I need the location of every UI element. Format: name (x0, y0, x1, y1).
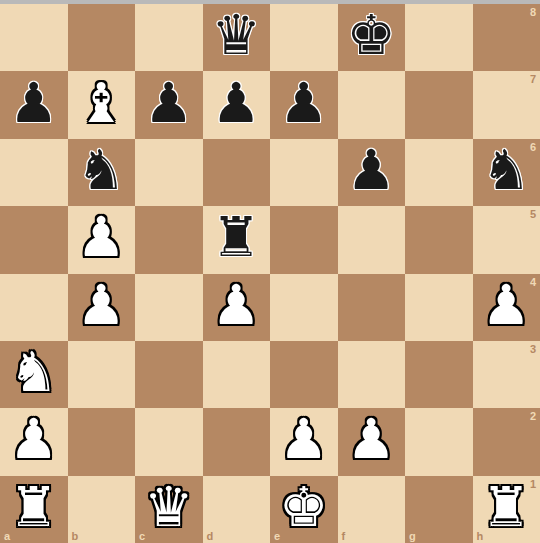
square-a7[interactable]: ♟ (0, 71, 68, 138)
square-h8[interactable]: 8 (473, 4, 540, 71)
square-c8[interactable] (135, 4, 203, 71)
file-label-d: d (207, 531, 214, 542)
black-pawn-icon[interactable]: ♟ (347, 143, 396, 198)
rank-label-1: 1 (530, 479, 536, 490)
square-d2[interactable] (203, 408, 271, 475)
white-pawn-icon[interactable]: ♟ (482, 278, 531, 333)
square-a2[interactable]: ♟ (0, 408, 68, 475)
square-c5[interactable] (135, 206, 203, 273)
square-f4[interactable] (338, 274, 406, 341)
square-d1[interactable]: d (203, 476, 271, 543)
black-pawn-icon[interactable]: ♟ (212, 76, 261, 131)
rank-label-8: 8 (530, 7, 536, 18)
white-pawn-icon[interactable]: ♟ (77, 210, 126, 265)
white-pawn-icon[interactable]: ♟ (77, 278, 126, 333)
square-d3[interactable] (203, 341, 271, 408)
square-e2[interactable]: ♟ (270, 408, 338, 475)
square-b5[interactable]: ♟ (68, 206, 136, 273)
square-d6[interactable] (203, 139, 271, 206)
square-g4[interactable] (405, 274, 473, 341)
rank-label-7: 7 (530, 74, 536, 85)
file-label-g: g (409, 531, 416, 542)
square-g8[interactable] (405, 4, 473, 71)
square-h2[interactable]: 2 (473, 408, 540, 475)
square-c1[interactable]: ♛c (135, 476, 203, 543)
square-c6[interactable] (135, 139, 203, 206)
file-label-e: e (274, 531, 280, 542)
black-pawn-icon[interactable]: ♟ (9, 76, 58, 131)
black-queen-icon[interactable]: ♛ (212, 8, 261, 63)
square-g3[interactable] (405, 341, 473, 408)
rank-label-6: 6 (530, 142, 536, 153)
square-f3[interactable] (338, 341, 406, 408)
white-rook-icon[interactable]: ♜ (9, 480, 58, 535)
black-knight-icon[interactable]: ♞ (77, 143, 126, 198)
white-rook-icon[interactable]: ♜ (482, 480, 531, 535)
square-d4[interactable]: ♟ (203, 274, 271, 341)
square-f8[interactable]: ♚ (338, 4, 406, 71)
square-f1[interactable]: f (338, 476, 406, 543)
square-e1[interactable]: ♚e (270, 476, 338, 543)
square-e6[interactable] (270, 139, 338, 206)
white-queen-icon[interactable]: ♛ (144, 480, 193, 535)
square-h7[interactable]: 7 (473, 71, 540, 138)
square-b1[interactable]: b (68, 476, 136, 543)
white-pawn-icon[interactable]: ♟ (212, 278, 261, 333)
black-knight-icon[interactable]: ♞ (482, 143, 531, 198)
square-a8[interactable] (0, 4, 68, 71)
square-a3[interactable]: ♞ (0, 341, 68, 408)
square-e8[interactable] (270, 4, 338, 71)
black-rook-icon[interactable]: ♜ (212, 210, 261, 265)
square-d7[interactable]: ♟ (203, 71, 271, 138)
file-label-b: b (72, 531, 79, 542)
square-a1[interactable]: ♜a (0, 476, 68, 543)
white-king-icon[interactable]: ♚ (279, 480, 328, 535)
square-b7[interactable]: ♝ (68, 71, 136, 138)
square-a4[interactable] (0, 274, 68, 341)
white-pawn-icon[interactable]: ♟ (279, 412, 328, 467)
square-f2[interactable]: ♟ (338, 408, 406, 475)
square-c3[interactable] (135, 341, 203, 408)
white-pawn-icon[interactable]: ♟ (347, 412, 396, 467)
file-label-a: a (4, 531, 10, 542)
square-a6[interactable] (0, 139, 68, 206)
square-g5[interactable] (405, 206, 473, 273)
square-d8[interactable]: ♛ (203, 4, 271, 71)
square-c4[interactable] (135, 274, 203, 341)
square-g2[interactable] (405, 408, 473, 475)
square-h5[interactable]: 5 (473, 206, 540, 273)
black-pawn-icon[interactable]: ♟ (144, 76, 193, 131)
square-b2[interactable] (68, 408, 136, 475)
square-h3[interactable]: 3 (473, 341, 540, 408)
rank-label-4: 4 (530, 277, 536, 288)
file-label-f: f (342, 531, 346, 542)
square-b6[interactable]: ♞ (68, 139, 136, 206)
square-b3[interactable] (68, 341, 136, 408)
chess-board: ♛♚8♟♝♟♟♟7♞♟♞6♟♜5♟♟♟4♞3♟♟♟2♜ab♛cd♚efg♜1h (0, 4, 540, 543)
white-knight-icon[interactable]: ♞ (9, 345, 58, 400)
square-g7[interactable] (405, 71, 473, 138)
square-g1[interactable]: g (405, 476, 473, 543)
square-e4[interactable] (270, 274, 338, 341)
square-d5[interactable]: ♜ (203, 206, 271, 273)
chess-app-viewport: ♛♚8♟♝♟♟♟7♞♟♞6♟♜5♟♟♟4♞3♟♟♟2♜ab♛cd♚efg♜1h (0, 0, 540, 543)
square-h6[interactable]: ♞6 (473, 139, 540, 206)
black-king-icon[interactable]: ♚ (347, 8, 396, 63)
square-h1[interactable]: ♜1h (473, 476, 540, 543)
square-c7[interactable]: ♟ (135, 71, 203, 138)
square-f6[interactable]: ♟ (338, 139, 406, 206)
square-e3[interactable] (270, 341, 338, 408)
black-pawn-icon[interactable]: ♟ (279, 76, 328, 131)
rank-label-3: 3 (530, 344, 536, 355)
file-label-c: c (139, 531, 145, 542)
square-c2[interactable] (135, 408, 203, 475)
square-e7[interactable]: ♟ (270, 71, 338, 138)
white-pawn-icon[interactable]: ♟ (9, 412, 58, 467)
file-label-h: h (477, 531, 484, 542)
square-a5[interactable] (0, 206, 68, 273)
square-h4[interactable]: ♟4 (473, 274, 540, 341)
square-b4[interactable]: ♟ (68, 274, 136, 341)
square-e5[interactable] (270, 206, 338, 273)
white-bishop-icon[interactable]: ♝ (77, 76, 126, 131)
square-f5[interactable] (338, 206, 406, 273)
square-f7[interactable] (338, 71, 406, 138)
rank-label-5: 5 (530, 209, 536, 220)
square-g6[interactable] (405, 139, 473, 206)
square-b8[interactable] (68, 4, 136, 71)
rank-label-2: 2 (530, 411, 536, 422)
